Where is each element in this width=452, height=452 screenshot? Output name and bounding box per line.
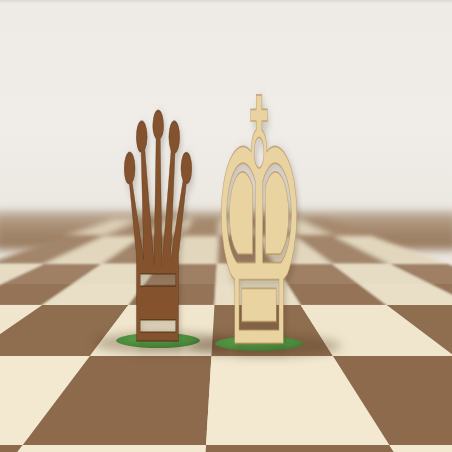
board-square [1,445,206,452]
black-queen-glyph: ♛ [113,74,203,390]
chessboard-photo: ♛ ♚ [0,0,452,452]
board-square [389,445,452,452]
board-square [204,445,407,452]
white-king-glyph: ♚ [211,56,308,396]
